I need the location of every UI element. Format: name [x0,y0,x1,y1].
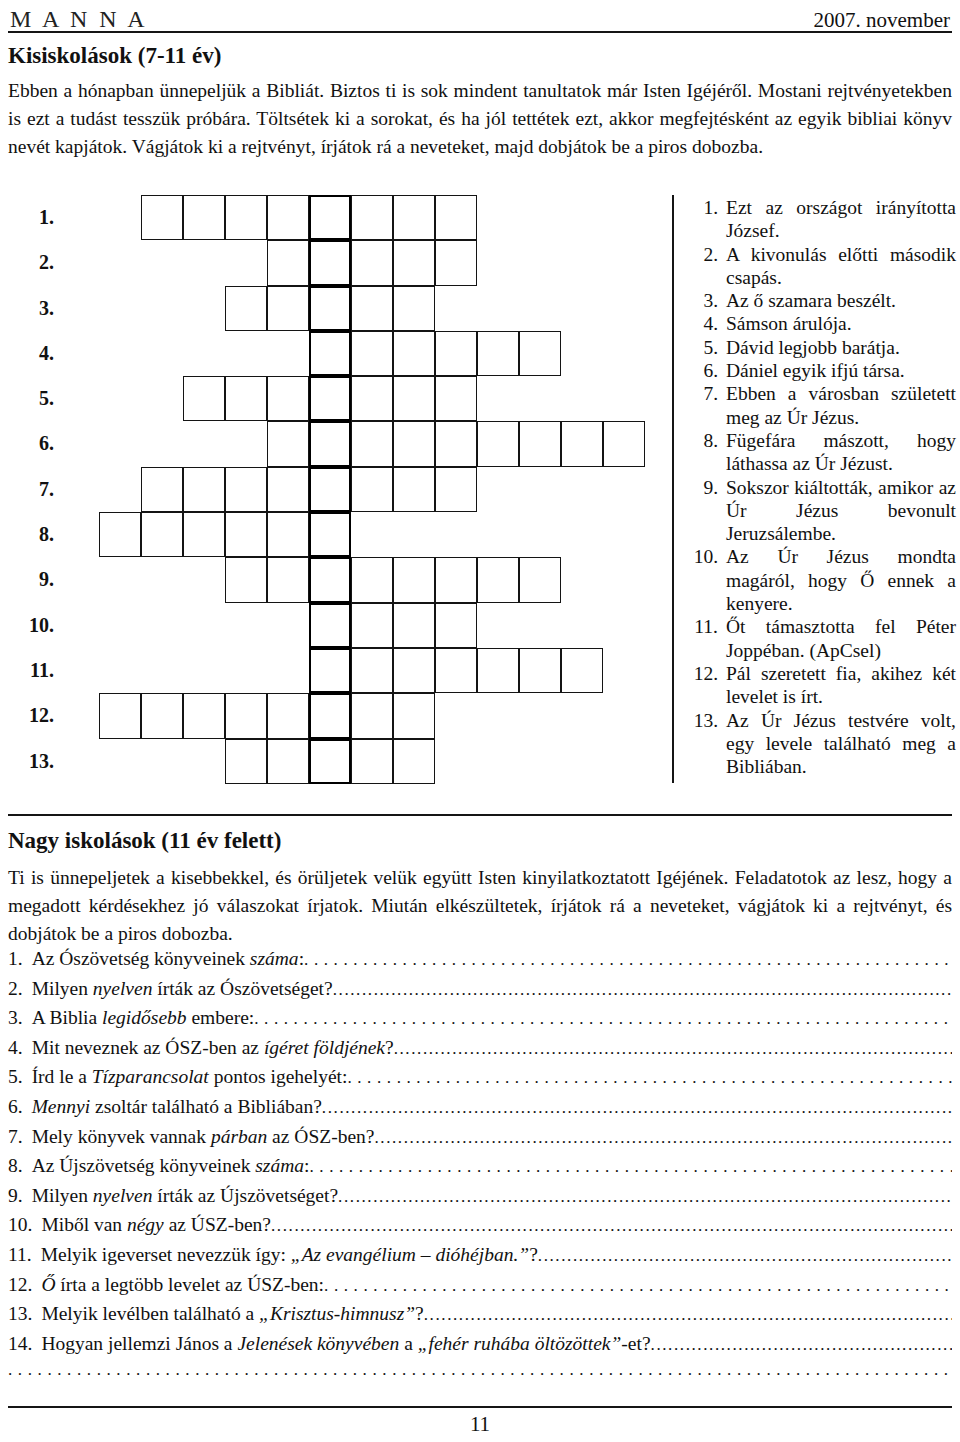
crossword-cell[interactable] [393,195,435,240]
crossword-solution-cell[interactable] [309,557,351,602]
question-number: 1. [8,948,23,970]
crossword-cell[interactable] [393,421,435,466]
question-text: A Biblia legidősebb embere: [32,1007,255,1029]
question-number: 10. [8,1214,32,1236]
kisiskolasok-intro: Ebben a hónapban ünnepeljük a Bibliát. B… [8,77,952,162]
clue-text: Sokszor kiáltották, amikor az Úr Jézus b… [726,476,956,546]
question-item: 7.Mely könyvek vannak párban az ÓSZ-ben?… [8,1126,952,1156]
header-rule [8,31,952,33]
crossword-cell[interactable] [267,376,309,421]
crossword-cell[interactable] [351,739,393,784]
crossword-solution-cell[interactable] [309,603,351,648]
row-number-label: 5. [12,376,54,421]
crossword-solution-cell[interactable] [309,739,351,784]
magazine-title: M A N N A [10,6,148,33]
clue-item: 9.Sokszor kiáltották, amikor az Úr Jézus… [690,476,956,546]
clue-item: 2.A kivonulás előtti második csapás. [690,243,956,290]
clue-item: 6.Dániel egyik ifjú társa. [690,359,956,382]
crossword-cell[interactable] [435,376,477,421]
clue-item: 5.Dávid legjobb barátja. [690,336,956,359]
clue-text: Őt támasztotta fel Péter Joppéban. (ApCs… [726,615,956,662]
crossword-cell[interactable] [351,421,393,466]
crossword-cell[interactable] [267,739,309,784]
crossword-cell[interactable] [351,557,393,602]
question-number: 11. [8,1244,32,1266]
crossword-cell[interactable] [435,557,477,602]
row-number-label: 10. [12,603,54,648]
question-item: 4.Mit neveznek az ÓSZ-ben az ígéret föld… [8,1037,952,1067]
row-number-label: 7. [12,467,54,512]
section-rule [8,814,952,816]
crossword-cell[interactable] [351,331,393,376]
crossword-solution-cell[interactable] [309,421,351,466]
crossword-cell[interactable] [351,286,393,331]
clue-number: 5. [690,336,718,359]
clue-item: 13.Az Úr Jézus testvére volt, egy levele… [690,709,956,779]
crossword-cell[interactable] [267,240,309,285]
clue-list: 1.Ezt az országot irányította József.2.A… [690,196,956,778]
issue-date: 2007. november [814,8,950,33]
answer-leader: ........................................… [394,1039,952,1059]
crossword-cell[interactable] [435,331,477,376]
crossword-cell[interactable] [435,648,477,693]
continuation-answer-line: ........................................… [8,1360,952,1390]
crossword-solution-cell[interactable] [309,512,351,557]
question-item: 6.Mennyi zsoltár található a Bibliában?.… [8,1096,952,1126]
answer-leader: ........................................… [338,1187,952,1207]
clue-item: 3.Az ő szamara beszélt. [690,289,956,312]
clue-number: 7. [690,382,718,429]
clue-number: 11. [690,615,718,662]
clue-text: Az Úr Jézus testvére volt, egy levele ta… [726,709,956,779]
crossword-cell[interactable] [267,195,309,240]
answer-leader: ........................................… [538,1246,952,1266]
crossword-cell[interactable] [393,240,435,285]
crossword-cell[interactable] [351,467,393,512]
question-text: Milyen nyelven írták az Ószövetséget? [32,978,333,1000]
crossword-cell[interactable] [561,421,603,466]
clue-number: 3. [690,289,718,312]
kisiskolasok-section-title: Kisiskolások (7-11 év) [8,43,221,69]
clue-number: 9. [690,476,718,546]
crossword-cell[interactable] [477,331,519,376]
crossword-cell[interactable] [393,331,435,376]
crossword-cell[interactable] [225,467,267,512]
answer-leader: ........................................… [8,1360,952,1380]
crossword-cell[interactable] [519,648,561,693]
crossword-cell[interactable] [519,421,561,466]
crossword-cell[interactable] [519,557,561,602]
crossword-cell[interactable] [183,467,225,512]
crossword-cell[interactable] [267,512,309,557]
nagyiskolasok-intro: Ti is ünnepeljetek a kisebbekkel, és örü… [8,864,952,949]
question-item: 1.Az Ószövetség könyveinek száma:.......… [8,948,952,978]
clue-number: 12. [690,662,718,709]
question-text: Mennyi zsoltár található a Bibliában? [32,1096,322,1118]
crossword-solution-cell[interactable] [309,331,351,376]
clue-text: Fügefára mászott, hogy láthassa az Úr Jé… [726,429,956,476]
crossword-solution-cell[interactable] [309,467,351,512]
crossword-solution-cell[interactable] [309,195,351,240]
answer-leader: ........................................… [424,1305,952,1325]
crossword-cell[interactable] [183,512,225,557]
clue-text: Ebben a városban született meg az Úr Jéz… [726,382,956,429]
question-text: Mit neveznek az ÓSZ-ben az ígéret földjé… [32,1037,394,1059]
question-item: 8.Az Újszövetség könyveinek száma:......… [8,1155,952,1185]
crossword-cell[interactable] [267,467,309,512]
clue-item: 11.Őt támasztotta fel Péter Joppéban. (A… [690,615,956,662]
answer-leader: ........................................… [374,1128,952,1148]
row-number-label: 6. [12,421,54,466]
clue-text: Dániel egyik ifjú társa. [726,359,956,382]
crossword-cell[interactable] [99,693,141,738]
clue-number: 1. [690,196,718,243]
crossword-puzzle-area: 1.2.3.4.5.6.7.8.9.10.11.12.13. 1.Ezt az … [0,195,960,784]
question-text: Melyik igeverset nevezzük így: „Az evang… [41,1244,538,1266]
question-item: 14.Hogyan jellemzi János a Jelenések kön… [8,1333,952,1363]
crossword-cell[interactable] [435,195,477,240]
row-number-label: 12. [12,693,54,738]
answer-leader: ........................................… [322,1098,952,1118]
clue-text: Ezt az országot irányította József. [726,196,956,243]
question-text: Az Újszövetség könyveinek száma: [32,1155,310,1177]
row-number-label: 9. [12,557,54,602]
crossword-cell[interactable] [267,693,309,738]
crossword-cell[interactable] [225,512,267,557]
clue-number: 13. [690,709,718,779]
clue-number: 8. [690,429,718,476]
question-number: 2. [8,978,23,1000]
crossword-cell[interactable] [393,376,435,421]
crossword-cell[interactable] [393,739,435,784]
row-number-label: 4. [12,331,54,376]
crossword-grid [99,195,645,784]
row-number-label: 11. [12,648,54,693]
crossword-cell[interactable] [393,286,435,331]
crossword-cell[interactable] [141,512,183,557]
grid-clues-divider-line [672,195,674,783]
crossword-solution-cell[interactable] [309,693,351,738]
clue-text: Pál szeretett fia, akihez két levelet is… [726,662,956,709]
clue-text: Az Úr Jézus mondta magáról, hogy Ő ennek… [726,545,956,615]
question-text: Az Ószövetség könyveinek száma: [32,948,304,970]
crossword-cell[interactable] [477,557,519,602]
crossword-cell[interactable] [267,286,309,331]
clue-text: Sámson árulója. [726,312,956,335]
crossword-cell[interactable] [351,648,393,693]
crossword-cell[interactable] [225,195,267,240]
answer-leader: ........................................… [347,1068,952,1088]
question-number: 14. [8,1333,32,1355]
crossword-cell[interactable] [603,421,645,466]
question-text: Hogyan jellemzi János a Jelenések könyvé… [41,1333,650,1355]
question-text: Melyik levélben található a „Krisztus-hi… [41,1303,423,1325]
crossword-cell[interactable] [477,648,519,693]
crossword-cell[interactable] [183,693,225,738]
crossword-cell[interactable] [393,693,435,738]
footer-rule [8,1406,952,1408]
crossword-cell[interactable] [351,376,393,421]
crossword-row-numbers: 1.2.3.4.5.6.7.8.9.10.11.12.13. [12,195,54,784]
magazine-page: M A N N A 2007. november Kisiskolások (7… [0,0,960,1442]
question-number: 6. [8,1096,23,1118]
question-text: Mely könyvek vannak párban az ÓSZ-ben? [32,1126,375,1148]
crossword-cell[interactable] [267,557,309,602]
crossword-cell[interactable] [435,603,477,648]
clue-text: Az ő szamara beszélt. [726,289,956,312]
question-number: 3. [8,1007,23,1029]
question-list: 1.Az Ószövetség könyveinek száma:.......… [8,948,952,1362]
clue-text: A kivonulás előtti második csapás. [726,243,956,290]
question-item: 2.Milyen nyelven írták az Ószövetséget?.… [8,978,952,1008]
crossword-cell[interactable] [435,421,477,466]
crossword-cell[interactable] [225,739,267,784]
row-number-label: 3. [12,286,54,331]
answer-leader: ........................................… [309,1157,952,1177]
row-number-label: 13. [12,739,54,784]
row-number-label: 8. [12,512,54,557]
crossword-cell[interactable] [351,195,393,240]
crossword-cell[interactable] [225,693,267,738]
clue-item: 12.Pál szeretett fia, akihez két levelet… [690,662,956,709]
crossword-cell[interactable] [561,648,603,693]
answer-leader: ........................................… [271,1216,952,1236]
crossword-cell[interactable] [183,376,225,421]
crossword-cell[interactable] [351,240,393,285]
clue-item: 7.Ebben a városban született meg az Úr J… [690,382,956,429]
row-number-label: 2. [12,240,54,285]
clue-number: 2. [690,243,718,290]
question-text: Ő írta a legtöbb levelet az ÚSZ-ben: [41,1274,324,1296]
question-item: 11.Melyik igeverset nevezzük így: „Az ev… [8,1244,952,1274]
clue-item: 8.Fügefára mászott, hogy láthassa az Úr … [690,429,956,476]
question-item: 9.Milyen nyelven írták az Újszövetséget?… [8,1185,952,1215]
clue-text: Dávid legjobb barátja. [726,336,956,359]
crossword-cell[interactable] [267,421,309,466]
crossword-cell[interactable] [393,467,435,512]
crossword-cell[interactable] [351,603,393,648]
question-text: Miből van négy az ÚSZ-ben? [41,1214,271,1236]
question-number: 4. [8,1037,23,1059]
answer-leader: ........................................… [304,950,952,970]
clue-number: 10. [690,545,718,615]
question-number: 5. [8,1066,23,1088]
answer-leader: ........................................… [333,980,952,1000]
question-number: 8. [8,1155,23,1177]
crossword-solution-cell[interactable] [309,648,351,693]
crossword-cell[interactable] [435,240,477,285]
crossword-cell[interactable] [141,195,183,240]
crossword-cell[interactable] [435,467,477,512]
question-number: 9. [8,1185,23,1207]
crossword-cell[interactable] [477,421,519,466]
crossword-cell[interactable] [225,557,267,602]
question-number: 12. [8,1274,32,1296]
crossword-cell[interactable] [393,603,435,648]
crossword-cell[interactable] [393,648,435,693]
crossword-solution-cell[interactable] [309,240,351,285]
crossword-cell[interactable] [225,286,267,331]
crossword-cell[interactable] [141,467,183,512]
clue-item: 10.Az Úr Jézus mondta magáról, hogy Ő en… [690,545,956,615]
question-item: 5.Írd le a Tízparancsolat pontos igehely… [8,1066,952,1096]
crossword-solution-cell[interactable] [309,286,351,331]
question-item: 12.Ő írta a legtöbb levelet az ÚSZ-ben:.… [8,1274,952,1304]
clue-number: 4. [690,312,718,335]
question-text: Írd le a Tízparancsolat pontos igehelyét… [32,1066,348,1088]
row-number-label: 1. [12,195,54,240]
question-item: 3.A Biblia legidősebb embere:...........… [8,1007,952,1037]
clue-number: 6. [690,359,718,382]
crossword-cell[interactable] [519,331,561,376]
crossword-cell[interactable] [393,557,435,602]
question-number: 7. [8,1126,23,1148]
answer-leader: ........................................… [324,1276,952,1296]
question-item: 10.Miből van négy az ÚSZ-ben?...........… [8,1214,952,1244]
answer-leader: ........................................… [254,1009,952,1029]
question-item: 13.Melyik levélben található a „Krisztus… [8,1303,952,1333]
page-number: 11 [0,1412,960,1437]
question-number: 13. [8,1303,32,1325]
clue-item: 1.Ezt az országot irányította József. [690,196,956,243]
answer-leader: ........................................… [651,1335,952,1355]
crossword-cell[interactable] [99,512,141,557]
question-text: Milyen nyelven írták az Újszövetséget? [32,1185,338,1207]
crossword-cell[interactable] [225,376,267,421]
crossword-solution-cell[interactable] [309,376,351,421]
crossword-cell[interactable] [183,195,225,240]
crossword-cell[interactable] [141,693,183,738]
nagyiskolasok-section-title: Nagy iskolások (11 év felett) [8,828,281,854]
crossword-cell[interactable] [351,693,393,738]
clue-item: 4.Sámson árulója. [690,312,956,335]
